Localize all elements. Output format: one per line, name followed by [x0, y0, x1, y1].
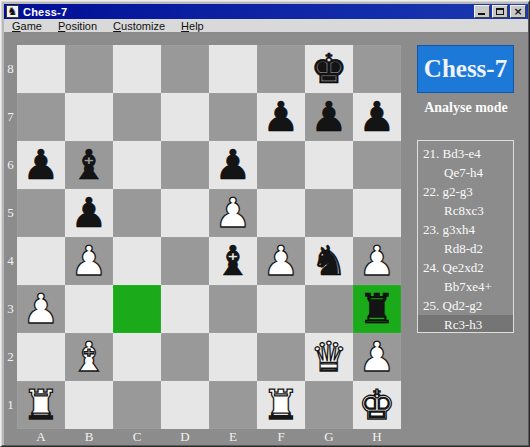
- app-logo: Chess-7: [417, 45, 514, 93]
- square-b8[interactable]: [65, 45, 113, 93]
- knight-icon: ♞: [6, 5, 19, 18]
- file-label-h: H: [353, 429, 401, 444]
- square-a3[interactable]: ♟: [17, 285, 65, 333]
- black-rook: ♜: [359, 286, 396, 332]
- square-e3[interactable]: [209, 285, 257, 333]
- move-row[interactable]: Rc8xc3: [418, 201, 513, 220]
- square-e6[interactable]: ♟: [209, 141, 257, 189]
- square-h1[interactable]: ♚: [353, 381, 401, 429]
- white-queen: ♛: [311, 334, 348, 380]
- square-e4[interactable]: ♝: [209, 237, 257, 285]
- file-label-e: E: [209, 429, 257, 444]
- white-bishop: ♝: [71, 334, 108, 380]
- file-label-c: C: [113, 429, 161, 444]
- menu-item-help[interactable]: Help: [173, 19, 212, 32]
- file-label-d: D: [161, 429, 209, 444]
- square-g8[interactable]: ♚: [305, 45, 353, 93]
- square-a2[interactable]: [17, 333, 65, 381]
- chess-board: ♚♟♟♟♟♝♟♟♟♟♝♟♞♟♟♜♝♛♟♜♜♚: [17, 45, 401, 429]
- window-title: Chess-7: [23, 6, 474, 18]
- black-knight: ♞: [311, 238, 348, 284]
- square-c4[interactable]: [113, 237, 161, 285]
- square-d7[interactable]: [161, 93, 209, 141]
- white-pawn: ♟: [263, 238, 300, 284]
- close-button[interactable]: ×: [510, 5, 526, 18]
- white-king: ♚: [359, 382, 396, 428]
- square-c5[interactable]: [113, 189, 161, 237]
- square-g3[interactable]: [305, 285, 353, 333]
- square-b2[interactable]: ♝: [65, 333, 113, 381]
- minimize-button[interactable]: [474, 5, 490, 18]
- square-d6[interactable]: [161, 141, 209, 189]
- file-label-g: G: [305, 429, 353, 444]
- rank-label-1: 1: [4, 381, 17, 429]
- square-h5[interactable]: [353, 189, 401, 237]
- file-label-f: F: [257, 429, 305, 444]
- square-b6[interactable]: ♝: [65, 141, 113, 189]
- menu-item-game[interactable]: Game: [4, 19, 50, 32]
- square-g2[interactable]: ♛: [305, 333, 353, 381]
- square-g4[interactable]: ♞: [305, 237, 353, 285]
- black-pawn: ♟: [263, 94, 300, 140]
- move-list: 21. Bd3-e4Qe7-h422. g2-g3Rc8xc323. g3xh4…: [417, 140, 514, 333]
- white-pawn: ♟: [359, 238, 396, 284]
- black-pawn: ♟: [215, 142, 252, 188]
- maximize-button[interactable]: [492, 5, 508, 18]
- square-b7[interactable]: [65, 93, 113, 141]
- square-e2[interactable]: [209, 333, 257, 381]
- square-d2[interactable]: [161, 333, 209, 381]
- square-a1[interactable]: ♜: [17, 381, 65, 429]
- minimize-icon: [478, 13, 485, 15]
- square-b1[interactable]: [65, 381, 113, 429]
- square-a4[interactable]: [17, 237, 65, 285]
- move-row[interactable]: 25. Qd2-g2: [418, 296, 513, 315]
- square-h6[interactable]: [353, 141, 401, 189]
- white-pawn: ♟: [359, 334, 396, 380]
- square-g5[interactable]: [305, 189, 353, 237]
- menu-bar: GamePositionCustomizeHelp: [4, 19, 528, 33]
- white-rook: ♜: [263, 382, 300, 428]
- square-a6[interactable]: ♟: [17, 141, 65, 189]
- maximize-icon: [496, 8, 504, 15]
- black-pawn: ♟: [311, 94, 348, 140]
- menu-item-position[interactable]: Position: [50, 19, 105, 32]
- square-e5[interactable]: ♟: [209, 189, 257, 237]
- square-f7[interactable]: ♟: [257, 93, 305, 141]
- square-d8[interactable]: [161, 45, 209, 93]
- square-h2[interactable]: ♟: [353, 333, 401, 381]
- square-a5[interactable]: [17, 189, 65, 237]
- square-d3[interactable]: [161, 285, 209, 333]
- rank-label-7: 7: [4, 93, 17, 141]
- move-row[interactable]: Qe7-h4: [418, 163, 513, 182]
- move-row[interactable]: 23. g3xh4: [418, 220, 513, 239]
- square-e1[interactable]: [209, 381, 257, 429]
- black-pawn: ♟: [71, 190, 108, 236]
- menu-item-customize[interactable]: Customize: [105, 19, 173, 32]
- move-row[interactable]: Rc3-h3: [418, 315, 513, 333]
- square-a7[interactable]: [17, 93, 65, 141]
- white-pawn: ♟: [215, 190, 252, 236]
- square-d1[interactable]: [161, 381, 209, 429]
- square-g1[interactable]: [305, 381, 353, 429]
- square-f1[interactable]: ♜: [257, 381, 305, 429]
- square-f5[interactable]: [257, 189, 305, 237]
- file-label-a: A: [17, 429, 65, 444]
- close-icon: ×: [513, 7, 522, 17]
- rank-label-4: 4: [4, 237, 17, 285]
- rank-label-6: 6: [4, 141, 17, 189]
- black-bishop: ♝: [71, 142, 108, 188]
- white-rook: ♜: [23, 382, 60, 428]
- square-c1[interactable]: [113, 381, 161, 429]
- title-bar[interactable]: ♞ Chess-7 ×: [4, 4, 528, 19]
- black-king: ♚: [311, 46, 348, 92]
- square-f8[interactable]: [257, 45, 305, 93]
- square-h3[interactable]: ♜: [353, 285, 401, 333]
- window-buttons: ×: [474, 5, 526, 18]
- move-row[interactable]: 21. Bd3-e4: [418, 144, 513, 163]
- square-b5[interactable]: ♟: [65, 189, 113, 237]
- rank-label-8: 8: [4, 45, 17, 93]
- square-h8[interactable]: [353, 45, 401, 93]
- square-b4[interactable]: ♟: [65, 237, 113, 285]
- square-h7[interactable]: ♟: [353, 93, 401, 141]
- square-f6[interactable]: [257, 141, 305, 189]
- rank-label-3: 3: [4, 285, 17, 333]
- white-pawn: ♟: [71, 238, 108, 284]
- square-f3[interactable]: [257, 285, 305, 333]
- square-e8[interactable]: [209, 45, 257, 93]
- file-label-b: B: [65, 429, 113, 444]
- black-bishop: ♝: [215, 238, 252, 284]
- square-c2[interactable]: [113, 333, 161, 381]
- square-f4[interactable]: ♟: [257, 237, 305, 285]
- white-pawn: ♟: [23, 286, 60, 332]
- square-d5[interactable]: [161, 189, 209, 237]
- app-window: ♞ Chess-7 × GamePositionCustomizeHelp 87…: [0, 0, 530, 447]
- square-d4[interactable]: [161, 237, 209, 285]
- move-row[interactable]: 24. Qe2xd2: [418, 258, 513, 277]
- move-row[interactable]: 22. g2-g3: [418, 182, 513, 201]
- square-c8[interactable]: [113, 45, 161, 93]
- rank-label-5: 5: [4, 189, 17, 237]
- square-b3[interactable]: [65, 285, 113, 333]
- mode-label: Analyse mode: [405, 100, 527, 116]
- square-a8[interactable]: [17, 45, 65, 93]
- black-pawn: ♟: [23, 142, 60, 188]
- square-c6[interactable]: [113, 141, 161, 189]
- move-row[interactable]: Rd8-d2: [418, 239, 513, 258]
- rank-label-2: 2: [4, 333, 17, 381]
- square-g7[interactable]: ♟: [305, 93, 353, 141]
- square-e7[interactable]: [209, 93, 257, 141]
- move-row[interactable]: Bb7xe4+: [418, 277, 513, 296]
- square-f2[interactable]: [257, 333, 305, 381]
- square-c3[interactable]: [113, 285, 161, 333]
- square-g6[interactable]: [305, 141, 353, 189]
- square-h4[interactable]: ♟: [353, 237, 401, 285]
- black-pawn: ♟: [359, 94, 396, 140]
- square-c7[interactable]: [113, 93, 161, 141]
